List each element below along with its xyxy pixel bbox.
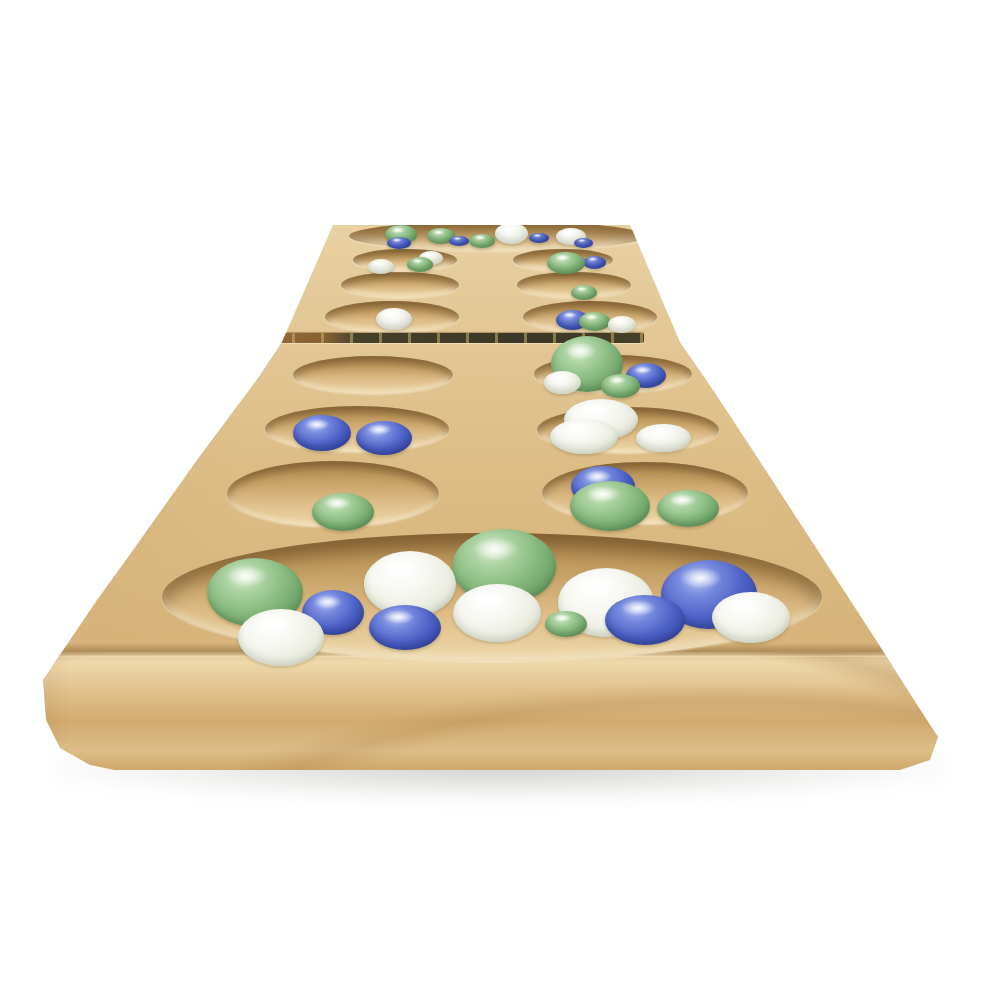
- stone-highlight: [728, 597, 762, 613]
- stone-highlight: [433, 230, 445, 235]
- green-stone: [570, 481, 650, 531]
- green-stone: [545, 611, 587, 637]
- stone-highlight: [647, 427, 671, 436]
- white-stone: [495, 223, 528, 244]
- blue-stone: [369, 605, 441, 650]
- white-stone: [238, 609, 324, 666]
- stone-highlight: [383, 310, 399, 317]
- pit-left-3[interactable]: [293, 356, 453, 394]
- stone-highlight: [533, 234, 542, 237]
- stone-highlight: [324, 497, 351, 509]
- stone-highlight: [471, 590, 510, 609]
- white-stone: [636, 424, 691, 452]
- stone-highlight: [586, 486, 621, 502]
- stone-highlight: [588, 257, 598, 261]
- stone-highlight: [226, 565, 268, 587]
- stone-highlight: [367, 424, 392, 435]
- stone-highlight: [680, 567, 722, 589]
- blue-stone: [449, 236, 469, 246]
- stone-highlight: [474, 235, 485, 239]
- stone-highlight: [502, 225, 517, 232]
- white-stone: [453, 584, 541, 642]
- white-stone: [550, 419, 618, 454]
- stone-highlight: [609, 376, 626, 384]
- stone-highlight: [373, 261, 384, 266]
- green-stone: [571, 285, 597, 300]
- stone-highlight: [392, 238, 403, 242]
- stone-highlight: [563, 312, 578, 318]
- white-stone: [376, 308, 412, 330]
- stone-highlight: [391, 227, 405, 233]
- stone-highlight: [585, 314, 599, 320]
- stone-highlight: [383, 610, 415, 624]
- pit-left-5[interactable]: [341, 272, 459, 298]
- stone-highlight: [424, 252, 435, 256]
- blue-stone: [387, 237, 411, 249]
- blue-stone: [605, 595, 685, 645]
- blue-stone: [356, 421, 412, 455]
- green-stone: [547, 252, 585, 274]
- board-front-face: [0, 652, 1000, 772]
- blue-stone: [574, 238, 593, 248]
- blue-stone: [583, 256, 606, 269]
- stone-highlight: [305, 419, 331, 431]
- green-stone: [579, 312, 610, 331]
- white-stone: [712, 592, 790, 643]
- stone-highlight: [669, 494, 696, 506]
- white-stone: [608, 316, 636, 333]
- stone-highlight: [576, 287, 587, 292]
- stone-highlight: [314, 595, 341, 609]
- blue-stone: [293, 415, 351, 451]
- stone-highlight: [562, 230, 575, 235]
- white-stone: [544, 371, 581, 394]
- stone-highlight: [564, 423, 594, 434]
- white-stone: [368, 259, 394, 274]
- blue-stone: [529, 233, 549, 243]
- green-stone: [407, 257, 433, 272]
- stone-highlight: [473, 537, 519, 561]
- stone-highlight: [634, 366, 652, 374]
- green-stone: [601, 374, 640, 398]
- stone-highlight: [621, 600, 656, 616]
- stone-highlight: [382, 558, 422, 579]
- photo-stage: [0, 0, 1000, 1000]
- stone-highlight: [255, 615, 293, 633]
- stone-highlight: [555, 254, 572, 261]
- green-stone: [469, 234, 495, 248]
- stone-highlight: [578, 239, 586, 242]
- stone-highlight: [453, 237, 462, 240]
- stone-highlight: [565, 342, 597, 360]
- stone-highlight: [551, 373, 567, 380]
- stone-highlight: [553, 614, 571, 622]
- green-stone: [657, 490, 719, 527]
- stone-highlight: [579, 403, 612, 416]
- stone-highlight: [412, 259, 423, 264]
- stone-highlight: [577, 575, 619, 597]
- stone-highlight: [614, 318, 626, 323]
- green-stone: [312, 493, 374, 531]
- mancala-board: [0, 0, 1000, 1000]
